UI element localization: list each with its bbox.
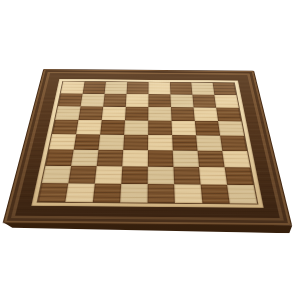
square-g2	[199, 167, 227, 185]
square-b3	[71, 150, 98, 167]
square-c6	[102, 107, 126, 121]
square-d3	[122, 150, 148, 167]
square-g3	[198, 151, 225, 168]
square-e7	[148, 94, 171, 107]
square-a4	[49, 134, 76, 150]
square-g1	[201, 185, 230, 204]
square-a5	[52, 120, 78, 135]
square-e5	[148, 121, 172, 136]
chessboard	[3, 69, 293, 226]
square-e4	[148, 135, 173, 151]
square-c7	[103, 94, 126, 107]
square-a8	[61, 81, 85, 93]
square-e1	[148, 184, 175, 203]
square-b8	[83, 82, 106, 94]
square-g4	[196, 135, 222, 151]
square-g6	[194, 107, 219, 121]
square-f4	[172, 135, 197, 151]
square-c3	[97, 150, 124, 167]
square-f1	[174, 184, 202, 203]
square-a3	[46, 149, 74, 166]
square-c5	[100, 120, 125, 135]
square-e2	[148, 167, 174, 185]
square-h8	[213, 83, 237, 95]
playing-area	[38, 81, 257, 203]
square-a2	[42, 166, 71, 184]
square-d8	[127, 82, 149, 94]
square-d5	[124, 120, 148, 135]
square-a7	[58, 93, 83, 106]
square-b6	[78, 106, 103, 120]
square-h1	[227, 185, 257, 204]
square-d2	[121, 166, 148, 184]
square-h5	[218, 121, 244, 136]
square-a1	[38, 183, 68, 202]
square-e3	[148, 150, 174, 167]
square-e6	[148, 107, 171, 121]
square-c1	[93, 184, 121, 203]
square-b1	[65, 183, 94, 202]
square-b2	[68, 166, 96, 184]
square-g7	[192, 95, 216, 108]
square-d1	[120, 184, 148, 203]
square-d4	[123, 135, 148, 151]
square-f3	[173, 151, 199, 168]
square-h4	[220, 136, 247, 152]
square-c2	[95, 166, 122, 184]
square-f8	[170, 82, 192, 94]
photo-scene	[0, 0, 300, 300]
square-f7	[170, 94, 193, 107]
square-d7	[126, 94, 149, 107]
square-h6	[216, 108, 241, 122]
square-h3	[222, 151, 250, 168]
square-c4	[98, 135, 124, 151]
square-f5	[172, 121, 197, 136]
square-h7	[214, 95, 238, 108]
square-f6	[171, 107, 195, 121]
square-e8	[148, 82, 170, 94]
square-a6	[55, 106, 80, 120]
square-d6	[125, 107, 148, 121]
square-g5	[195, 121, 220, 136]
square-c8	[105, 82, 128, 94]
square-b7	[81, 94, 105, 107]
square-h2	[225, 167, 254, 185]
perspective-stage	[0, 0, 300, 300]
square-f2	[173, 167, 200, 185]
square-g8	[191, 83, 214, 95]
square-b5	[76, 120, 102, 135]
square-b4	[74, 134, 100, 150]
